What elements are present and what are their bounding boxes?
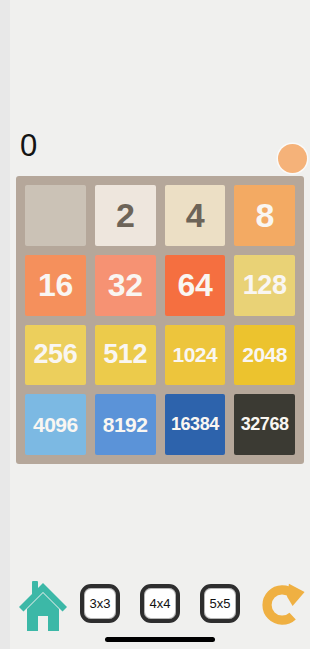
home-icon — [18, 580, 68, 632]
tile-r1c2-2: 2 — [95, 185, 156, 246]
home-button[interactable] — [18, 580, 68, 632]
next-tile-indicator — [278, 144, 307, 173]
tile-r4c2-8192: 8192 — [95, 394, 156, 455]
tile-r2c3-64: 64 — [165, 255, 226, 316]
restart-icon — [259, 582, 306, 628]
home-indicator-bar[interactable] — [105, 637, 215, 642]
size-button-5x5[interactable]: 5x5 — [200, 584, 240, 623]
tile-r3c1-256: 256 — [25, 325, 86, 386]
tile-r4c4-32768: 32768 — [234, 394, 295, 455]
tile-r4c1-4096: 4096 — [25, 394, 86, 455]
board-4x4[interactable]: 2481632641282565121024204840968192163843… — [16, 176, 304, 464]
app-screen: 0 24816326412825651210242048409681921638… — [10, 0, 310, 649]
size-button-3x3[interactable]: 3x3 — [80, 584, 120, 623]
tile-r1c1-empty — [25, 185, 86, 246]
tile-r2c2-32: 32 — [95, 255, 156, 316]
tile-r3c4-2048: 2048 — [234, 325, 295, 386]
grid-size-buttons: 3x3 4x4 5x5 — [80, 584, 240, 623]
tile-r3c2-512: 512 — [95, 325, 156, 386]
tile-r1c3-4: 4 — [165, 185, 226, 246]
tile-r3c3-1024: 1024 — [165, 325, 226, 386]
restart-button[interactable] — [259, 582, 306, 628]
tile-r2c1-16: 16 — [25, 255, 86, 316]
tile-r4c3-16384: 16384 — [165, 394, 226, 455]
size-button-4x4[interactable]: 4x4 — [140, 584, 180, 623]
bottom-toolbar: 3x3 4x4 5x5 — [10, 578, 310, 634]
tile-r1c4-8: 8 — [234, 185, 295, 246]
tile-r2c4-128: 128 — [234, 255, 295, 316]
score-value: 0 — [20, 130, 37, 162]
